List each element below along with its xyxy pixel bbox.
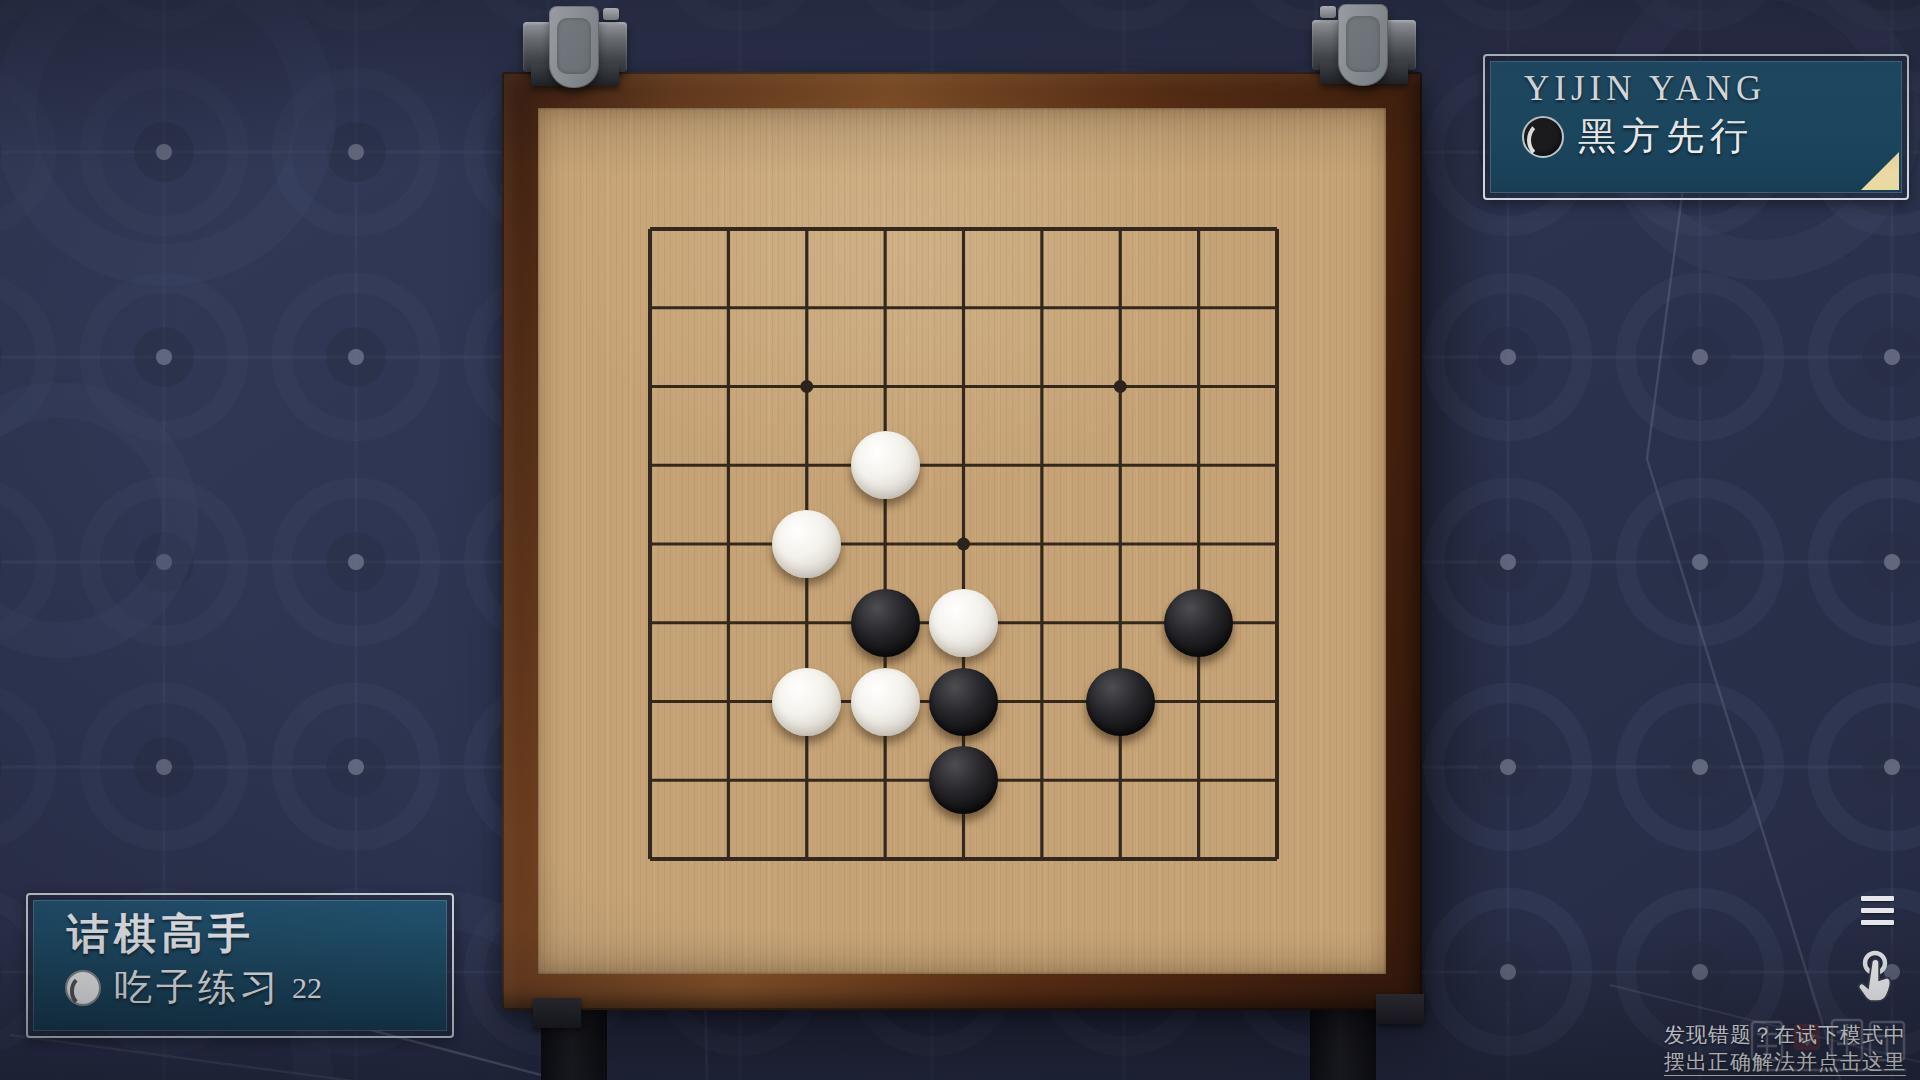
puzzle-panel: 诘棋高手 吃子练习 22 [26, 893, 454, 1038]
black-stone [929, 668, 998, 736]
hint-text: 发现错题？在试下模式中 摆出正确解法并点击这里 [1664, 1022, 1906, 1076]
black-stone [1086, 668, 1155, 736]
white-stone [929, 589, 998, 657]
go-board-frame [502, 72, 1422, 1010]
frame-bracket-left [533, 998, 581, 1028]
white-stone [772, 668, 841, 736]
puzzle-mode-title: 诘棋高手 [67, 906, 447, 962]
hint-line1: 发现错题？在试下模式中 [1664, 1022, 1906, 1049]
white-stone [851, 431, 920, 499]
stand-leg-right [1310, 1006, 1376, 1080]
white-stone [851, 668, 920, 736]
hamburger-menu-icon[interactable] [1861, 896, 1894, 927]
board-grid [538, 108, 1386, 974]
black-stone [851, 589, 920, 657]
hint-feedback-link[interactable]: 摆出正确解法并点击这里 [1664, 1050, 1906, 1076]
black-stone [929, 746, 998, 814]
app-root: YIJIN YANG 黑方先行 诘棋高手 吃子练习 22 [0, 0, 1920, 1080]
board-clamp-right [1312, 4, 1416, 88]
frame-bracket-right [1376, 994, 1424, 1024]
puzzle-number: 22 [292, 971, 322, 1005]
white-stone [772, 510, 841, 578]
go-board[interactable] [538, 108, 1386, 974]
opponent-panel: YIJIN YANG 黑方先行 [1483, 54, 1909, 200]
white-stone-icon [65, 970, 101, 1006]
puzzle-category-label: 吃子练习 [114, 962, 282, 1013]
panel-corner-triangle [1861, 152, 1899, 190]
board-clamp-left [523, 6, 627, 90]
turn-indicator-label: 黑方先行 [1578, 111, 1754, 162]
opponent-name: YIJIN YANG [1524, 69, 1902, 109]
black-stone-icon [1522, 116, 1564, 158]
hand-pointer-cursor [1854, 950, 1906, 1008]
black-stone [1164, 589, 1233, 657]
